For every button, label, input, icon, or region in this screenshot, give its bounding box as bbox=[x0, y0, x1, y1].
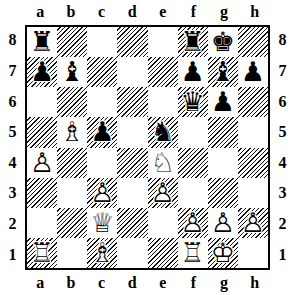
piece-white-pawn: ♟♙ bbox=[148, 178, 178, 208]
piece-glyph: ♘ bbox=[148, 148, 178, 178]
piece-white-queen: ♛♕ bbox=[87, 208, 117, 238]
file-label-a: a bbox=[25, 270, 56, 295]
square-e4[interactable]: ♞♘ bbox=[148, 148, 178, 178]
file-label-a: a bbox=[25, 0, 56, 24]
file-label-b: b bbox=[56, 0, 87, 24]
piece-black-knight: ♞♞ bbox=[148, 117, 178, 147]
piece-glyph: ♕ bbox=[87, 208, 117, 238]
piece-glyph: ♜ bbox=[27, 27, 57, 57]
square-g1[interactable]: ♚♔ bbox=[208, 238, 238, 268]
file-label-g: g bbox=[209, 270, 240, 295]
rank-label-5: 5 bbox=[0, 117, 25, 148]
piece-glyph: ♙ bbox=[27, 148, 57, 178]
file-label-g: g bbox=[209, 0, 240, 24]
square-f3[interactable] bbox=[178, 178, 208, 208]
square-e2[interactable] bbox=[148, 208, 178, 238]
piece-glyph: ♟ bbox=[178, 57, 208, 87]
square-f1[interactable]: ♜♖ bbox=[178, 238, 208, 268]
square-h1[interactable] bbox=[238, 238, 268, 268]
piece-black-bishop: ♝♝ bbox=[57, 57, 87, 87]
square-d3[interactable] bbox=[117, 178, 147, 208]
square-g7[interactable]: ♝♝ bbox=[208, 57, 238, 87]
file-labels-bottom: abcdefgh bbox=[25, 270, 270, 295]
square-c5[interactable]: ♟♟ bbox=[87, 117, 117, 147]
square-a3[interactable] bbox=[27, 178, 57, 208]
square-d8[interactable] bbox=[117, 27, 147, 57]
piece-glyph: ♙ bbox=[208, 208, 238, 238]
rank-label-1: 1 bbox=[0, 239, 25, 270]
square-h8[interactable] bbox=[238, 27, 268, 57]
square-e6[interactable] bbox=[148, 87, 178, 117]
square-c8[interactable] bbox=[87, 27, 117, 57]
square-h6[interactable] bbox=[238, 87, 268, 117]
square-b1[interactable] bbox=[57, 238, 87, 268]
square-a8[interactable]: ♜♜ bbox=[27, 27, 57, 57]
rank-label-4: 4 bbox=[0, 148, 25, 179]
piece-white-king: ♚♔ bbox=[208, 238, 238, 268]
rank-labels-right: 87654321 bbox=[270, 25, 295, 270]
piece-glyph: ♙ bbox=[178, 208, 208, 238]
square-f5[interactable] bbox=[178, 117, 208, 147]
rank-label-2: 2 bbox=[0, 209, 25, 240]
piece-glyph: ♟ bbox=[87, 117, 117, 147]
board: ♜♜♜♜♚♚♟♟♝♝♟♟♝♝♟♟♛♛♟♟♝♗♟♟♞♞♟♙♞♘♟♙♟♙♛♕♟♙♟♙… bbox=[25, 25, 270, 270]
square-a5[interactable] bbox=[27, 117, 57, 147]
square-b2[interactable] bbox=[57, 208, 87, 238]
file-label-f: f bbox=[178, 0, 209, 24]
piece-glyph: ♙ bbox=[238, 208, 268, 238]
square-g8[interactable]: ♚♚ bbox=[208, 27, 238, 57]
piece-glyph: ♟ bbox=[238, 57, 268, 87]
square-d4[interactable] bbox=[117, 148, 147, 178]
square-g6[interactable]: ♟♟ bbox=[208, 87, 238, 117]
square-f8[interactable]: ♜♜ bbox=[178, 27, 208, 57]
file-label-d: d bbox=[117, 0, 148, 24]
square-e5[interactable]: ♞♞ bbox=[148, 117, 178, 147]
file-label-e: e bbox=[148, 0, 179, 24]
square-d6[interactable] bbox=[117, 87, 147, 117]
rank-labels-left: 87654321 bbox=[0, 25, 25, 270]
file-label-h: h bbox=[239, 270, 270, 295]
rank-label-7: 7 bbox=[270, 56, 295, 87]
rank-label-3: 3 bbox=[270, 178, 295, 209]
piece-glyph: ♙ bbox=[87, 178, 117, 208]
file-label-c: c bbox=[86, 270, 117, 295]
piece-black-rook: ♜♜ bbox=[178, 27, 208, 57]
piece-black-pawn: ♟♟ bbox=[27, 57, 57, 87]
piece-black-king: ♚♚ bbox=[208, 27, 238, 57]
rank-label-7: 7 bbox=[0, 56, 25, 87]
square-e7[interactable] bbox=[148, 57, 178, 87]
square-f4[interactable] bbox=[178, 148, 208, 178]
piece-black-pawn: ♟♟ bbox=[87, 117, 117, 147]
chess-diagram: abcdefgh 87654321 ♜♜♜♜♚♚♟♟♝♝♟♟♝♝♟♟♛♛♟♟♝♗… bbox=[0, 0, 295, 295]
square-h7[interactable]: ♟♟ bbox=[238, 57, 268, 87]
square-g4[interactable] bbox=[208, 148, 238, 178]
piece-glyph: ♙ bbox=[148, 178, 178, 208]
piece-black-queen: ♛♛ bbox=[178, 87, 208, 117]
piece-glyph: ♜ bbox=[178, 27, 208, 57]
square-f6[interactable]: ♛♛ bbox=[178, 87, 208, 117]
file-label-d: d bbox=[117, 270, 148, 295]
square-f7[interactable]: ♟♟ bbox=[178, 57, 208, 87]
square-d7[interactable] bbox=[117, 57, 147, 87]
file-label-e: e bbox=[148, 270, 179, 295]
square-b8[interactable] bbox=[57, 27, 87, 57]
piece-white-pawn: ♟♙ bbox=[238, 208, 268, 238]
square-c3[interactable]: ♟♙ bbox=[87, 178, 117, 208]
square-h4[interactable] bbox=[238, 148, 268, 178]
square-d5[interactable] bbox=[117, 117, 147, 147]
square-b7[interactable]: ♝♝ bbox=[57, 57, 87, 87]
square-b4[interactable] bbox=[57, 148, 87, 178]
rank-label-1: 1 bbox=[270, 239, 295, 270]
square-a4[interactable]: ♟♙ bbox=[27, 148, 57, 178]
rank-label-8: 8 bbox=[0, 25, 25, 56]
square-h5[interactable] bbox=[238, 117, 268, 147]
square-b5[interactable]: ♝♗ bbox=[57, 117, 87, 147]
piece-glyph: ♖ bbox=[178, 238, 208, 268]
square-b3[interactable] bbox=[57, 178, 87, 208]
square-b6[interactable] bbox=[57, 87, 87, 117]
piece-white-knight: ♞♘ bbox=[148, 148, 178, 178]
piece-glyph: ♛ bbox=[178, 87, 208, 117]
rank-label-2: 2 bbox=[270, 209, 295, 240]
piece-glyph: ♔ bbox=[208, 238, 238, 268]
square-h2[interactable]: ♟♙ bbox=[238, 208, 268, 238]
square-g5[interactable] bbox=[208, 117, 238, 147]
square-d1[interactable] bbox=[117, 238, 147, 268]
piece-white-bishop: ♝♗ bbox=[57, 117, 87, 147]
piece-glyph: ♟ bbox=[27, 57, 57, 87]
file-label-h: h bbox=[239, 0, 270, 24]
square-c6[interactable] bbox=[87, 87, 117, 117]
piece-white-bishop: ♝♗ bbox=[87, 238, 117, 268]
square-a2[interactable] bbox=[27, 208, 57, 238]
square-c4[interactable] bbox=[87, 148, 117, 178]
file-label-c: c bbox=[86, 0, 117, 24]
rank-label-3: 3 bbox=[0, 178, 25, 209]
file-label-f: f bbox=[178, 270, 209, 295]
piece-white-pawn: ♟♙ bbox=[178, 208, 208, 238]
rank-label-4: 4 bbox=[270, 148, 295, 179]
piece-glyph: ♞ bbox=[148, 117, 178, 147]
piece-glyph: ♚ bbox=[208, 27, 238, 57]
piece-black-rook: ♜♜ bbox=[27, 27, 57, 57]
rank-label-8: 8 bbox=[270, 25, 295, 56]
piece-black-pawn: ♟♟ bbox=[178, 57, 208, 87]
square-g3[interactable] bbox=[208, 178, 238, 208]
square-a6[interactable] bbox=[27, 87, 57, 117]
square-h3[interactable] bbox=[238, 178, 268, 208]
rank-label-6: 6 bbox=[270, 86, 295, 117]
piece-glyph: ♗ bbox=[57, 117, 87, 147]
piece-black-pawn: ♟♟ bbox=[238, 57, 268, 87]
piece-white-rook: ♜♖ bbox=[27, 238, 57, 268]
piece-white-rook: ♜♖ bbox=[178, 238, 208, 268]
rank-label-6: 6 bbox=[0, 86, 25, 117]
square-c1[interactable]: ♝♗ bbox=[87, 238, 117, 268]
square-g2[interactable]: ♟♙ bbox=[208, 208, 238, 238]
square-e8[interactable] bbox=[148, 27, 178, 57]
file-labels-top: abcdefgh bbox=[25, 0, 270, 24]
piece-glyph: ♟ bbox=[208, 87, 238, 117]
square-a1[interactable]: ♜♖ bbox=[27, 238, 57, 268]
square-e1[interactable] bbox=[148, 238, 178, 268]
file-label-b: b bbox=[56, 270, 87, 295]
square-c2[interactable]: ♛♕ bbox=[87, 208, 117, 238]
rank-label-5: 5 bbox=[270, 117, 295, 148]
piece-white-pawn: ♟♙ bbox=[87, 178, 117, 208]
square-d2[interactable] bbox=[117, 208, 147, 238]
piece-glyph: ♝ bbox=[57, 57, 87, 87]
piece-white-pawn: ♟♙ bbox=[208, 208, 238, 238]
square-a7[interactable]: ♟♟ bbox=[27, 57, 57, 87]
piece-glyph: ♝ bbox=[208, 57, 238, 87]
piece-glyph: ♖ bbox=[27, 238, 57, 268]
piece-black-bishop: ♝♝ bbox=[208, 57, 238, 87]
piece-glyph: ♗ bbox=[87, 238, 117, 268]
piece-white-pawn: ♟♙ bbox=[27, 148, 57, 178]
square-e3[interactable]: ♟♙ bbox=[148, 178, 178, 208]
square-c7[interactable] bbox=[87, 57, 117, 87]
piece-black-pawn: ♟♟ bbox=[208, 87, 238, 117]
square-f2[interactable]: ♟♙ bbox=[178, 208, 208, 238]
